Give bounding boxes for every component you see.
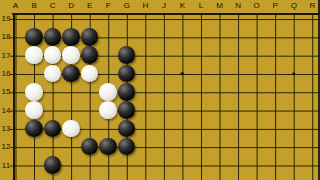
black-stone-g17	[118, 46, 136, 64]
white-stone-b17	[25, 46, 43, 64]
black-stone-g13	[118, 120, 136, 138]
black-stone-f12	[99, 138, 117, 156]
intersection-g17[interactable]	[117, 46, 136, 64]
intersection-g15[interactable]	[117, 83, 136, 101]
black-stone-b18	[25, 28, 43, 46]
white-stone-f14	[99, 101, 117, 119]
intersection-g14[interactable]	[117, 101, 136, 119]
black-stone-c18	[44, 28, 62, 46]
black-stone-d16	[62, 65, 80, 83]
black-stone-e12	[81, 138, 99, 156]
white-stone-f15	[99, 83, 117, 101]
black-stone-g15	[118, 83, 136, 101]
black-stone-d18	[62, 28, 80, 46]
black-stone-e17	[81, 46, 99, 64]
black-stone-g14	[118, 101, 136, 119]
stones-grid[interactable]	[6, 9, 320, 174]
intersection-g12[interactable]	[117, 138, 136, 156]
intersection-b14[interactable]	[25, 101, 44, 119]
white-stone-d17	[62, 46, 80, 64]
intersection-c16[interactable]	[43, 64, 62, 82]
intersection-c13[interactable]	[43, 119, 62, 137]
intersection-d18[interactable]	[62, 28, 81, 46]
intersection-d17[interactable]	[62, 46, 81, 64]
black-stone-c11	[44, 156, 62, 174]
intersection-b13[interactable]	[25, 119, 44, 137]
intersection-c11[interactable]	[43, 156, 62, 174]
intersection-b15[interactable]	[25, 83, 44, 101]
intersection-c17[interactable]	[43, 46, 62, 64]
intersection-d16[interactable]	[62, 64, 81, 82]
intersection-c18[interactable]	[43, 28, 62, 46]
intersection-f12[interactable]	[99, 138, 118, 156]
go-board-screenshot: ABCDEFGHJKLMNOPQR 191817161514131211	[0, 0, 320, 180]
intersection-e16[interactable]	[80, 64, 99, 82]
intersection-f15[interactable]	[99, 83, 118, 101]
intersection-e18[interactable]	[80, 28, 99, 46]
intersection-g13[interactable]	[117, 119, 136, 137]
white-stone-b14	[25, 101, 43, 119]
intersection-e17[interactable]	[80, 46, 99, 64]
white-stone-b15	[25, 83, 43, 101]
intersection-f14[interactable]	[99, 101, 118, 119]
intersection-b18[interactable]	[25, 28, 44, 46]
intersection-d13[interactable]	[62, 119, 81, 137]
intersection-g16[interactable]	[117, 64, 136, 82]
black-stone-b13	[25, 120, 43, 138]
white-stone-c17	[44, 46, 62, 64]
white-stone-d13	[62, 120, 80, 138]
intersection-e12[interactable]	[80, 138, 99, 156]
white-stone-c16	[44, 65, 62, 83]
white-stone-e16	[81, 65, 99, 83]
black-stone-g16	[118, 65, 136, 83]
black-stone-e18	[81, 28, 99, 46]
intersection-b17[interactable]	[25, 46, 44, 64]
black-stone-c13	[44, 120, 62, 138]
black-stone-g12	[118, 138, 136, 156]
